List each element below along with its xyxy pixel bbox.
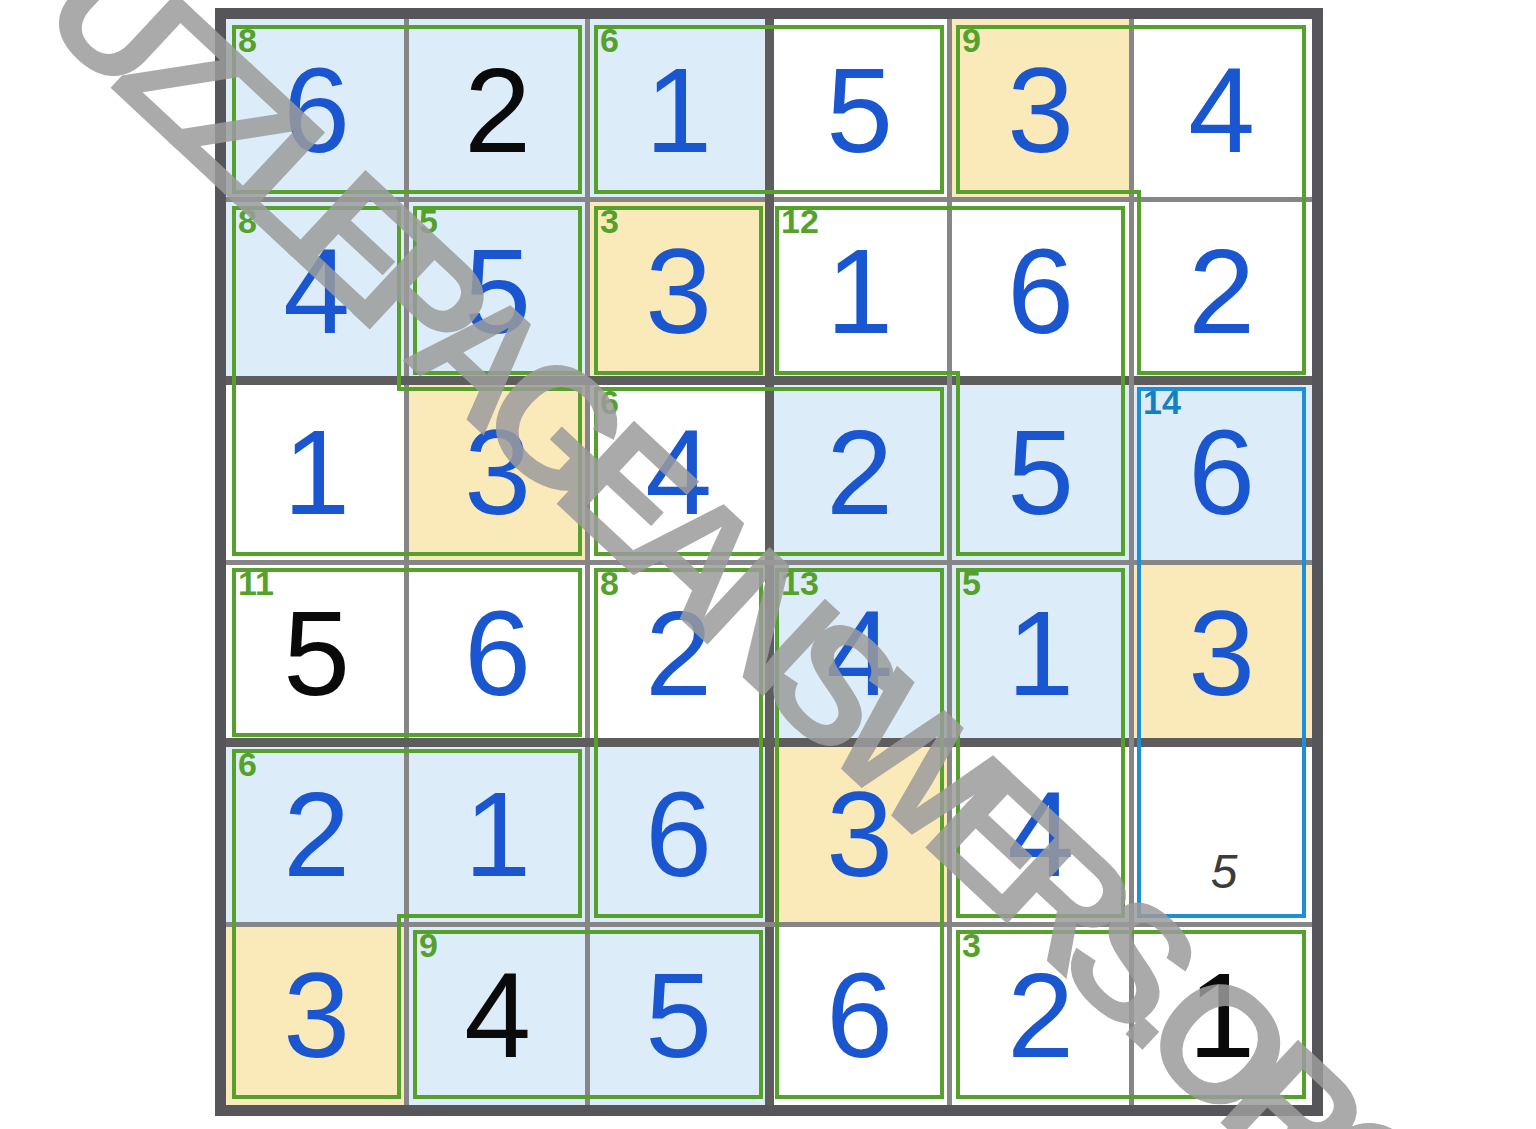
solved-digit: 2 (769, 381, 950, 562)
cell-r6c2[interactable]: 49 (407, 924, 588, 1105)
cage-sum: 6 (600, 21, 619, 60)
solved-digit: 4 (1131, 19, 1312, 200)
given-digit: 1 (1131, 924, 1312, 1105)
cell-r1c5[interactable]: 39 (950, 19, 1131, 200)
cage-sum: 9 (962, 21, 981, 60)
given-digit: 2 (407, 19, 588, 200)
cell-r1c6[interactable]: 4 (1131, 19, 1312, 200)
solved-digit: 6 (769, 924, 950, 1105)
cell-r4c3[interactable]: 28 (588, 562, 769, 743)
cage-sum: 6 (600, 383, 619, 422)
cage-sum: 8 (238, 21, 257, 60)
cell-r6c5[interactable]: 23 (950, 924, 1131, 1105)
cage-sum: 13 (781, 564, 819, 603)
solved-digit: 5 (588, 924, 769, 1105)
solved-digit: 5 (950, 381, 1131, 562)
cell-r1c3[interactable]: 16 (588, 19, 769, 200)
cell-r5c5[interactable]: 4 (950, 743, 1131, 924)
cell-r6c3[interactable]: 5 (588, 924, 769, 1105)
cell-r2c4[interactable]: 112 (769, 200, 950, 381)
cage-sum: 3 (600, 202, 619, 241)
cell-r3c1[interactable]: 1 (226, 381, 407, 562)
cell-r5c1[interactable]: 26 (226, 743, 407, 924)
cell-r3c2[interactable]: 3 (407, 381, 588, 562)
solved-digit: 6 (407, 562, 588, 743)
solved-digit: 3 (226, 924, 407, 1105)
cell-r3c6[interactable]: 614 (1131, 381, 1312, 562)
solved-digit: 6 (588, 743, 769, 924)
cell-r1c2[interactable]: 2 (407, 19, 588, 200)
board: 6821653944855331126213462561451162841315… (215, 8, 1323, 1116)
solved-digit: 4 (950, 743, 1131, 924)
cage-sum: 8 (600, 564, 619, 603)
cell-r4c5[interactable]: 15 (950, 562, 1131, 743)
solved-digit: 3 (769, 743, 950, 924)
cell-r6c1[interactable]: 3 (226, 924, 407, 1105)
cell-r4c6[interactable]: 3 (1131, 562, 1312, 743)
cell-r6c6[interactable]: 1 (1131, 924, 1312, 1105)
cell-r2c6[interactable]: 2 (1131, 200, 1312, 381)
page: 6821653944855331126213462561451162841315… (0, 0, 1536, 1129)
cell-r2c1[interactable]: 48 (226, 200, 407, 381)
cell-r6c4[interactable]: 6 (769, 924, 950, 1105)
cell-r1c4[interactable]: 5 (769, 19, 950, 200)
cell-r5c6[interactable]: 5 (1131, 743, 1312, 924)
cell-r2c5[interactable]: 6 (950, 200, 1131, 381)
solved-digit: 6 (950, 200, 1131, 381)
cell-r1c1[interactable]: 68 (226, 19, 407, 200)
cage-sum: 5 (419, 202, 438, 241)
solved-digit: 2 (1131, 200, 1312, 381)
cage-sum: 5 (962, 564, 981, 603)
cell-r2c3[interactable]: 33 (588, 200, 769, 381)
cage-sum: 6 (238, 745, 257, 784)
cell-r3c4[interactable]: 2 (769, 381, 950, 562)
cage-sum: 14 (1143, 383, 1181, 422)
cell-r4c1[interactable]: 511 (226, 562, 407, 743)
solved-digit: 3 (407, 381, 588, 562)
cell-r3c3[interactable]: 46 (588, 381, 769, 562)
cell-r5c2[interactable]: 1 (407, 743, 588, 924)
solved-digit: 1 (407, 743, 588, 924)
cage-sum: 3 (962, 926, 981, 965)
solved-digit: 3 (1131, 562, 1312, 743)
cell-r4c2[interactable]: 6 (407, 562, 588, 743)
cage-sum: 12 (781, 202, 819, 241)
board-grid: 6821653944855331126213462561451162841315… (226, 19, 1312, 1105)
pencil-mark: 5 (1211, 844, 1238, 899)
cell-r4c4[interactable]: 413 (769, 562, 950, 743)
solved-digit: 5 (769, 19, 950, 200)
cage-sum: 8 (238, 202, 257, 241)
cell-r3c5[interactable]: 5 (950, 381, 1131, 562)
cell-r5c4[interactable]: 3 (769, 743, 950, 924)
cage-sum: 9 (419, 926, 438, 965)
cell-r2c2[interactable]: 55 (407, 200, 588, 381)
cell-r5c3[interactable]: 6 (588, 743, 769, 924)
cage-sum: 11 (238, 564, 274, 603)
solved-digit: 1 (226, 381, 407, 562)
